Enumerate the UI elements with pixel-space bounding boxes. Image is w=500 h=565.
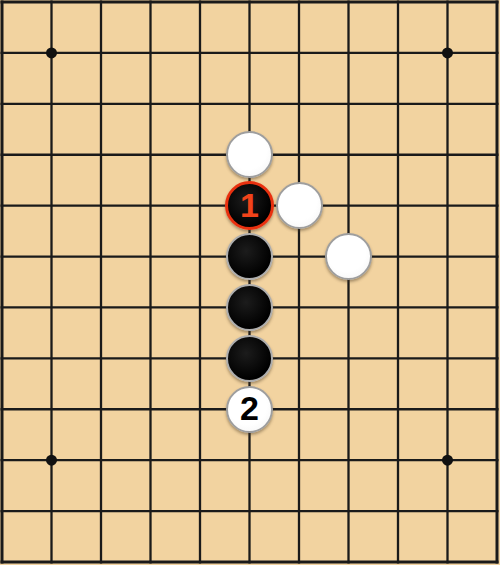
stones-layer: 12 bbox=[0, 0, 500, 565]
white-stone[interactable] bbox=[226, 131, 273, 178]
white-stone-move-2[interactable]: 2 bbox=[226, 386, 273, 433]
move-number-label: 1 bbox=[240, 188, 259, 222]
go-board[interactable]: 12 bbox=[0, 0, 500, 565]
black-stone[interactable] bbox=[226, 284, 273, 331]
white-stone[interactable] bbox=[325, 233, 372, 280]
black-stone[interactable] bbox=[226, 233, 273, 280]
black-stone-move-1[interactable]: 1 bbox=[225, 181, 274, 230]
black-stone[interactable] bbox=[226, 335, 273, 382]
move-number-label: 2 bbox=[240, 391, 259, 425]
white-stone[interactable] bbox=[276, 182, 323, 229]
